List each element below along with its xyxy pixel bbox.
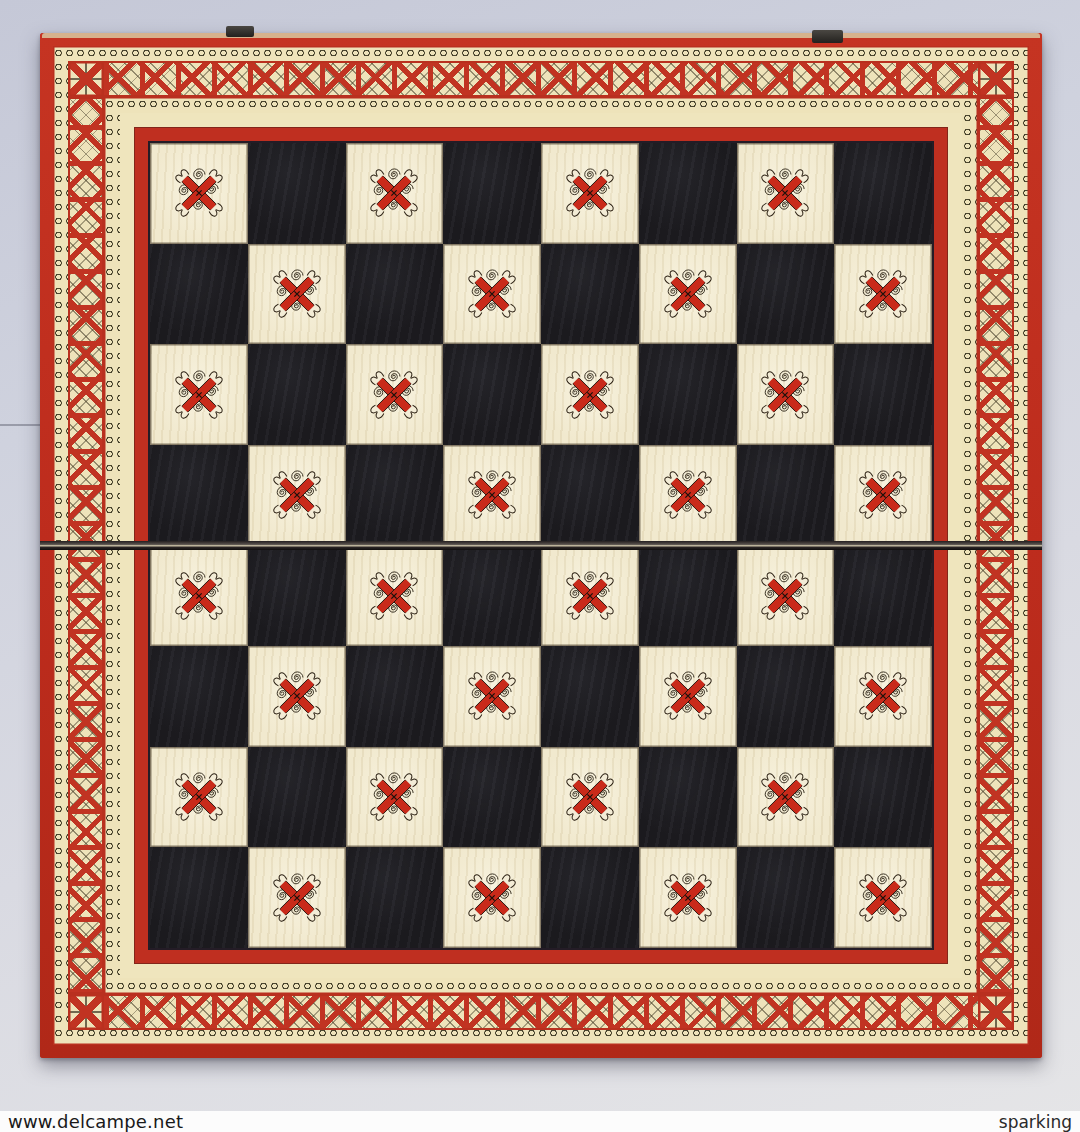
square-r1c8-dark[interactable] bbox=[834, 143, 932, 244]
square-r3c6-dark[interactable] bbox=[639, 344, 737, 445]
square-r1c5-light[interactable] bbox=[541, 143, 639, 244]
square-r6c5-dark[interactable] bbox=[541, 646, 639, 747]
square-r8c3-dark[interactable] bbox=[346, 847, 444, 948]
square-r8c7-dark[interactable] bbox=[737, 847, 835, 948]
square-r8c5-dark[interactable] bbox=[541, 847, 639, 948]
square-r8c1-dark[interactable] bbox=[150, 847, 248, 948]
square-r5c5-light[interactable] bbox=[541, 546, 639, 647]
spiral-cross-ornament-icon bbox=[166, 764, 232, 830]
square-r4c7-dark[interactable] bbox=[737, 445, 835, 546]
square-r7c1-light[interactable] bbox=[150, 747, 248, 848]
spiral-cross-ornament-icon bbox=[264, 865, 330, 931]
spiral-cross-ornament-icon bbox=[264, 261, 330, 327]
square-r5c7-light[interactable] bbox=[737, 546, 835, 647]
square-r2c5-dark[interactable] bbox=[541, 244, 639, 345]
square-r7c5-light[interactable] bbox=[541, 747, 639, 848]
spiral-cross-ornament-icon bbox=[264, 462, 330, 528]
square-r3c1-light[interactable] bbox=[150, 344, 248, 445]
square-r4c8-light[interactable] bbox=[834, 445, 932, 546]
square-r8c2-light[interactable] bbox=[248, 847, 346, 948]
corner-rosette-icon bbox=[978, 994, 1014, 1030]
spiral-cross-ornament-icon bbox=[166, 160, 232, 226]
spiral-cross-ornament-icon bbox=[264, 663, 330, 729]
spiral-cross-ornament-icon bbox=[361, 764, 427, 830]
square-r1c7-light[interactable] bbox=[737, 143, 835, 244]
spiral-cross-ornament-icon bbox=[557, 362, 623, 428]
spiral-cross-ornament-icon bbox=[557, 764, 623, 830]
square-r1c4-dark[interactable] bbox=[443, 143, 541, 244]
square-r5c6-dark[interactable] bbox=[639, 546, 737, 647]
square-r6c8-light[interactable] bbox=[834, 646, 932, 747]
spiral-cross-ornament-icon bbox=[361, 563, 427, 629]
square-r3c8-dark[interactable] bbox=[834, 344, 932, 445]
game-board bbox=[40, 33, 1042, 1058]
square-r3c4-dark[interactable] bbox=[443, 344, 541, 445]
square-r6c3-dark[interactable] bbox=[346, 646, 444, 747]
square-r2c8-light[interactable] bbox=[834, 244, 932, 345]
square-r7c2-dark[interactable] bbox=[248, 747, 346, 848]
square-r4c4-light[interactable] bbox=[443, 445, 541, 546]
square-r6c2-light[interactable] bbox=[248, 646, 346, 747]
spiral-cross-ornament-icon bbox=[459, 865, 525, 931]
square-r6c6-light[interactable] bbox=[639, 646, 737, 747]
spiral-cross-ornament-icon bbox=[752, 563, 818, 629]
square-r7c8-dark[interactable] bbox=[834, 747, 932, 848]
spiral-cross-ornament-icon bbox=[166, 362, 232, 428]
square-r3c2-dark[interactable] bbox=[248, 344, 346, 445]
square-r3c7-light[interactable] bbox=[737, 344, 835, 445]
spiral-cross-ornament-icon bbox=[655, 865, 721, 931]
square-r5c3-light[interactable] bbox=[346, 546, 444, 647]
board-wood-edge bbox=[42, 33, 1040, 38]
square-r5c2-dark[interactable] bbox=[248, 546, 346, 647]
background-crack-line bbox=[0, 424, 42, 426]
watermark-strip: www.delcampe.net sparking bbox=[0, 1111, 1080, 1132]
spiral-cross-ornament-icon bbox=[655, 663, 721, 729]
square-r6c4-light[interactable] bbox=[443, 646, 541, 747]
corner-rosette-icon bbox=[68, 61, 104, 97]
square-r2c7-dark[interactable] bbox=[737, 244, 835, 345]
square-r6c1-dark[interactable] bbox=[150, 646, 248, 747]
watermark-left: www.delcampe.net bbox=[8, 1111, 183, 1132]
square-r2c6-light[interactable] bbox=[639, 244, 737, 345]
spiral-cross-ornament-icon bbox=[850, 462, 916, 528]
square-r1c1-light[interactable] bbox=[150, 143, 248, 244]
hinge-icon bbox=[812, 30, 843, 43]
square-r7c7-light[interactable] bbox=[737, 747, 835, 848]
lattice-strip-top bbox=[68, 61, 1014, 97]
spiral-cross-ornament-icon bbox=[655, 462, 721, 528]
square-r2c1-dark[interactable] bbox=[150, 244, 248, 345]
square-r3c5-light[interactable] bbox=[541, 344, 639, 445]
square-r2c4-light[interactable] bbox=[443, 244, 541, 345]
square-r4c6-light[interactable] bbox=[639, 445, 737, 546]
spiral-cross-ornament-icon bbox=[557, 160, 623, 226]
spiral-cross-ornament-icon bbox=[850, 865, 916, 931]
spiral-cross-ornament-icon bbox=[459, 462, 525, 528]
square-r1c2-dark[interactable] bbox=[248, 143, 346, 244]
spiral-cross-ornament-icon bbox=[752, 764, 818, 830]
square-r7c6-dark[interactable] bbox=[639, 747, 737, 848]
spiral-cross-ornament-icon bbox=[752, 160, 818, 226]
square-r5c8-dark[interactable] bbox=[834, 546, 932, 647]
square-r8c6-light[interactable] bbox=[639, 847, 737, 948]
square-r4c3-dark[interactable] bbox=[346, 445, 444, 546]
corner-rosette-icon bbox=[978, 61, 1014, 97]
square-r6c7-dark[interactable] bbox=[737, 646, 835, 747]
spiral-cross-ornament-icon bbox=[361, 362, 427, 428]
square-r3c3-light[interactable] bbox=[346, 344, 444, 445]
spiral-cross-ornament-icon bbox=[459, 261, 525, 327]
spiral-cross-ornament-icon bbox=[557, 563, 623, 629]
spiral-cross-ornament-icon bbox=[166, 563, 232, 629]
spiral-cross-ornament-icon bbox=[361, 160, 427, 226]
square-r8c8-light[interactable] bbox=[834, 847, 932, 948]
spiral-cross-ornament-icon bbox=[459, 663, 525, 729]
square-r4c2-light[interactable] bbox=[248, 445, 346, 546]
square-r5c4-dark[interactable] bbox=[443, 546, 541, 647]
square-r8c4-light[interactable] bbox=[443, 847, 541, 948]
square-r7c4-dark[interactable] bbox=[443, 747, 541, 848]
watermark-right: sparking bbox=[999, 1112, 1072, 1132]
square-r5c1-light[interactable] bbox=[150, 546, 248, 647]
square-r2c3-dark[interactable] bbox=[346, 244, 444, 345]
square-r2c2-light[interactable] bbox=[248, 244, 346, 345]
lattice-strip-bottom bbox=[68, 994, 1014, 1030]
hinge-icon bbox=[226, 26, 254, 37]
square-r1c6-dark[interactable] bbox=[639, 143, 737, 244]
fold-seam bbox=[40, 541, 1042, 550]
square-r1c3-light[interactable] bbox=[346, 143, 444, 244]
spiral-cross-ornament-icon bbox=[850, 261, 916, 327]
square-r4c1-dark[interactable] bbox=[150, 445, 248, 546]
spiral-cross-ornament-icon bbox=[752, 362, 818, 428]
corner-rosette-icon bbox=[68, 994, 104, 1030]
square-r7c3-light[interactable] bbox=[346, 747, 444, 848]
spiral-cross-ornament-icon bbox=[850, 663, 916, 729]
spiral-cross-ornament-icon bbox=[655, 261, 721, 327]
square-r4c5-dark[interactable] bbox=[541, 445, 639, 546]
photo-background: www.delcampe.net sparking bbox=[0, 0, 1080, 1132]
